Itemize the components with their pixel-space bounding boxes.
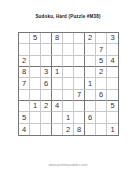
puzzle-title: Sudoku, Hard (Puzzle #M38) (0, 14, 136, 19)
cell-r8c7: 6 (85, 112, 96, 123)
cell-r1c2: 5 (30, 33, 41, 44)
cell-r9c6: 8 (74, 124, 85, 135)
cell-r4c7 (85, 67, 96, 78)
cell-r8c4 (52, 112, 63, 123)
cell-r7c6 (74, 101, 85, 112)
cell-r5c2 (30, 78, 41, 89)
cell-r2c4 (52, 44, 63, 55)
cell-r6c5 (63, 90, 74, 101)
cell-r5c4 (52, 78, 63, 89)
cell-r3c4 (52, 56, 63, 67)
cell-r8c6 (74, 112, 85, 123)
cell-r8c1: 5 (19, 112, 30, 123)
cell-r4c2 (30, 67, 41, 78)
cell-r5c3: 6 (41, 78, 52, 89)
cell-r2c2 (30, 44, 41, 55)
cell-r6c4 (52, 90, 63, 101)
cell-r3c2 (30, 56, 41, 67)
cell-r4c9 (107, 67, 118, 78)
cell-r7c8 (96, 101, 107, 112)
cell-r6c9 (107, 90, 118, 101)
cell-r7c5 (63, 101, 74, 112)
cell-r2c8: 7 (96, 44, 107, 55)
cell-r2c6 (74, 44, 85, 55)
cell-r1c7: 2 (85, 33, 96, 44)
cell-r9c3 (41, 124, 52, 135)
cell-r3c7 (85, 56, 96, 67)
cell-r9c4 (52, 124, 63, 135)
footer-url: www.printmysudoku.com (0, 163, 136, 167)
cell-r4c6 (74, 67, 85, 78)
cell-r5c7: 1 (85, 78, 96, 89)
cell-r4c1: 8 (19, 67, 30, 78)
cell-r6c6: 7 (74, 90, 85, 101)
cell-r6c3 (41, 90, 52, 101)
cell-r9c7 (85, 124, 96, 135)
cell-r6c8: 6 (96, 90, 107, 101)
cell-r1c5 (63, 33, 74, 44)
cell-r3c6 (74, 56, 85, 67)
cell-r1c1 (19, 33, 30, 44)
cell-r8c9 (107, 112, 118, 123)
cell-r7c2: 1 (30, 101, 41, 112)
cell-r2c5 (63, 44, 74, 55)
cell-r8c5: 1 (63, 112, 74, 123)
cell-r9c2 (30, 124, 41, 135)
cell-r5c6 (74, 78, 85, 89)
cell-r5c9 (107, 78, 118, 89)
cell-r9c9: 1 (107, 124, 118, 135)
cell-r3c9: 4 (107, 56, 118, 67)
cell-r2c9 (107, 44, 118, 55)
cell-r4c5 (63, 67, 74, 78)
cell-r3c5 (63, 56, 74, 67)
cell-r3c3 (41, 56, 52, 67)
cell-r7c3: 2 (41, 101, 52, 112)
cell-r1c9: 3 (107, 33, 118, 44)
cell-r9c5: 2 (63, 124, 74, 135)
cell-r6c2 (30, 90, 41, 101)
cell-r3c1: 2 (19, 56, 30, 67)
cell-r9c8 (96, 124, 107, 135)
cell-r8c8 (96, 112, 107, 123)
cell-r5c1: 7 (19, 78, 30, 89)
cell-r7c9: 5 (107, 101, 118, 112)
cell-r8c3 (41, 112, 52, 123)
cell-r2c1 (19, 44, 30, 55)
cell-r5c5 (63, 78, 74, 89)
sudoku-sheet: Sudoku, Hard (Puzzle #M38) 5823725483127… (0, 0, 136, 176)
cell-r1c8 (96, 33, 107, 44)
cell-r1c4: 8 (52, 33, 63, 44)
cell-r7c7 (85, 101, 96, 112)
cell-r7c4: 4 (52, 101, 63, 112)
sudoku-grid: 5823725483127617612455164281 (18, 32, 119, 136)
cell-r3c8: 5 (96, 56, 107, 67)
cell-r4c3: 3 (41, 67, 52, 78)
cell-r7c1 (19, 101, 30, 112)
cell-r2c7 (85, 44, 96, 55)
cell-r5c8 (96, 78, 107, 89)
cell-r1c6 (74, 33, 85, 44)
cell-r1c3 (41, 33, 52, 44)
cell-r6c1 (19, 90, 30, 101)
cell-r4c8: 2 (96, 67, 107, 78)
cell-r4c4: 1 (52, 67, 63, 78)
cell-r9c1: 4 (19, 124, 30, 135)
cell-r6c7 (85, 90, 96, 101)
cell-r2c3 (41, 44, 52, 55)
cell-r8c2 (30, 112, 41, 123)
